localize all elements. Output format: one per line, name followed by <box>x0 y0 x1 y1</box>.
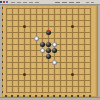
menu-item[interactable] <box>55 2 60 3</box>
star-point <box>23 73 26 76</box>
goban[interactable] <box>2 5 97 97</box>
black-stone <box>46 48 51 53</box>
menu-item[interactable] <box>69 2 74 3</box>
menu-item[interactable] <box>17 2 21 3</box>
window-right-border <box>97 5 100 100</box>
menu-item[interactable] <box>35 2 39 3</box>
menu-item[interactable] <box>23 2 27 3</box>
window-button[interactable] <box>91 2 94 3</box>
white-stone <box>34 36 39 41</box>
star-point <box>71 73 74 76</box>
coord-tick-left <box>2 61 3 63</box>
coord-tick-left <box>2 79 3 81</box>
window-bottom-border <box>0 97 100 100</box>
coord-tick-left <box>2 91 3 93</box>
menu-item[interactable] <box>11 2 15 3</box>
coord-tick-left <box>2 67 3 69</box>
black-stone <box>46 42 51 47</box>
coord-tick-left <box>2 37 3 39</box>
menu-item[interactable] <box>29 2 33 3</box>
coord-tick-left <box>2 49 3 51</box>
white-stone <box>52 60 57 65</box>
blue-icon <box>6 1 8 3</box>
black-stone <box>52 48 57 53</box>
white-stone <box>40 48 45 53</box>
menu-item[interactable] <box>62 2 67 3</box>
app-icon <box>0 1 2 3</box>
window-button[interactable] <box>86 2 89 3</box>
last-move-marker <box>47 30 50 32</box>
coord-tick-left <box>2 19 3 21</box>
white-stone <box>52 42 57 47</box>
black-stone <box>46 54 51 59</box>
menu-bar <box>0 0 100 5</box>
app-window <box>0 0 100 100</box>
coord-tick-left <box>2 43 3 45</box>
star-point <box>23 25 26 28</box>
menu-item[interactable] <box>76 2 80 3</box>
coord-tick-left <box>2 31 3 33</box>
coord-tick-left <box>2 73 3 75</box>
coord-tick-left <box>2 7 3 9</box>
coord-tick-left <box>2 85 3 87</box>
coord-tick-left <box>2 55 3 57</box>
black-stone <box>40 42 45 47</box>
star-point <box>71 25 74 28</box>
coord-tick-left <box>2 13 3 15</box>
red-icon <box>3 1 5 3</box>
coord-tick-left <box>2 25 3 27</box>
